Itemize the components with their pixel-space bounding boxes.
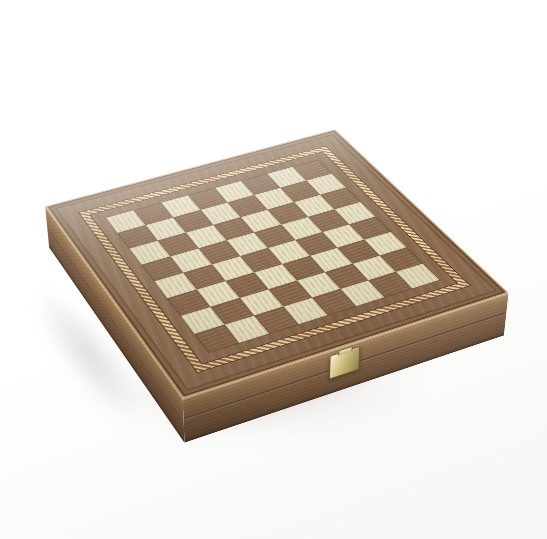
board-square [325, 264, 368, 289]
board-square [283, 298, 327, 325]
board-square [240, 289, 284, 315]
perspective-wrapper [0, 0, 547, 539]
board-square [183, 264, 225, 289]
brass-clasp-tab [338, 346, 352, 356]
board-square [212, 256, 254, 281]
board-square [312, 289, 356, 315]
product-photo-scene [0, 0, 547, 539]
board-square [142, 256, 184, 281]
board-square [368, 272, 412, 297]
board-square [396, 263, 440, 288]
board-square [225, 316, 270, 344]
board-square [181, 307, 225, 334]
board-square [226, 272, 269, 298]
board-square [197, 281, 240, 307]
board-square [269, 281, 313, 307]
chess-box-case [45, 129, 508, 398]
board-square [210, 298, 254, 325]
board-square [310, 248, 353, 272]
board-square [254, 307, 298, 334]
board-grid [106, 160, 440, 353]
brass-clasp [329, 346, 360, 379]
board-square [167, 290, 210, 316]
board-square [340, 280, 384, 306]
board-square [282, 256, 325, 281]
board-square [154, 273, 196, 299]
board-square [240, 248, 282, 272]
board-square [380, 247, 423, 271]
board-top-face [45, 129, 508, 398]
board-square [353, 256, 396, 281]
board-square [254, 264, 297, 289]
board-square [194, 325, 239, 353]
board-square [297, 272, 340, 298]
board-square [170, 248, 212, 272]
